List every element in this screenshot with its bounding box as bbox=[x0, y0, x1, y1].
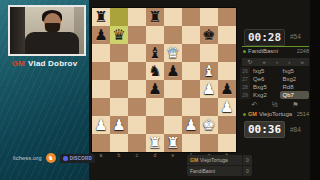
piece-white-pawn: ♟ bbox=[94, 116, 107, 134]
webcam-background-doorway bbox=[10, 7, 25, 54]
move-28-black[interactable]: Rd8 bbox=[280, 83, 309, 91]
branding-row: lichess.org ♞ DISCORD bbox=[13, 153, 95, 163]
file-label-d: d bbox=[146, 152, 164, 158]
square-e4[interactable] bbox=[164, 80, 182, 98]
resign-flag-icon[interactable]: ⚑ bbox=[292, 101, 298, 108]
square-c1[interactable] bbox=[128, 134, 146, 152]
square-g6[interactable] bbox=[200, 44, 218, 62]
square-a4[interactable] bbox=[92, 80, 110, 98]
versus-score-widget[interactable]: GMViejoTortuga0FandiBasni0 bbox=[187, 155, 252, 176]
square-e1[interactable]: ♜ bbox=[164, 134, 182, 152]
lichess-logo-icon: ♞ bbox=[46, 153, 56, 163]
square-f7[interactable] bbox=[182, 26, 200, 44]
versus-row[interactable]: GMViejoTortuga0 bbox=[187, 155, 252, 165]
square-b6[interactable] bbox=[110, 44, 128, 62]
square-e7[interactable] bbox=[164, 26, 182, 44]
move-row: 28Bxg5Rd8 bbox=[240, 83, 309, 91]
piece-black-pawn: ♟ bbox=[94, 26, 107, 44]
square-c4[interactable] bbox=[128, 80, 146, 98]
bottom-player-rating: 2514 bbox=[297, 111, 309, 117]
square-d3[interactable] bbox=[146, 98, 164, 116]
bottom-player-clock: 00:36 bbox=[244, 121, 285, 138]
square-a5[interactable] bbox=[92, 62, 110, 80]
square-f1[interactable] bbox=[182, 134, 200, 152]
square-a7[interactable]: ♟ bbox=[92, 26, 110, 44]
versus-row[interactable]: FandiBasni0 bbox=[187, 165, 252, 176]
square-c2[interactable] bbox=[128, 116, 146, 134]
move-29-black[interactable]: Qb7 bbox=[280, 91, 309, 99]
square-e6[interactable]: ♛ bbox=[164, 44, 182, 62]
player-separator-line bbox=[242, 46, 309, 47]
square-c3[interactable] bbox=[128, 98, 146, 116]
square-f6[interactable] bbox=[182, 44, 200, 62]
square-e8[interactable] bbox=[164, 8, 182, 26]
streamer-name: Vlad Dobrov bbox=[28, 59, 77, 68]
streamer-gm-title: GM bbox=[12, 59, 25, 68]
square-c5[interactable] bbox=[128, 62, 146, 80]
square-a1[interactable] bbox=[92, 134, 110, 152]
file-label-e: e bbox=[164, 152, 182, 158]
top-player-name[interactable]: FandiBasni bbox=[248, 48, 278, 54]
file-label-c: c bbox=[128, 152, 146, 158]
piece-black-pawn: ♟ bbox=[148, 80, 161, 98]
square-h8[interactable] bbox=[218, 8, 236, 26]
square-h4[interactable]: ♟ bbox=[218, 80, 236, 98]
move-27-white[interactable]: Qe6 bbox=[250, 75, 279, 83]
stream-screen: GMVlad Dobrov lichess.org ♞ DISCORD ♜♜♟♛… bbox=[0, 0, 320, 180]
move-row: 26fxg5fxg5 bbox=[240, 67, 309, 75]
lichess-org-link[interactable]: lichess.org bbox=[13, 155, 42, 161]
top-player-rank: #54 bbox=[290, 33, 301, 40]
square-b7[interactable]: ♛ bbox=[110, 26, 128, 44]
piece-black-queen: ♛ bbox=[112, 26, 125, 44]
discord-link[interactable]: DISCORD bbox=[60, 154, 95, 163]
move-26-white[interactable]: fxg5 bbox=[250, 67, 279, 75]
move-28-white[interactable]: Bxg5 bbox=[250, 83, 279, 91]
square-f8[interactable] bbox=[182, 8, 200, 26]
piece-white-pawn: ♟ bbox=[220, 98, 233, 116]
move-number: 29 bbox=[240, 91, 250, 99]
square-a8[interactable]: ♜ bbox=[92, 8, 110, 26]
square-g2[interactable]: ♚ bbox=[200, 116, 218, 134]
versus-player-name: FandiBasni bbox=[190, 168, 215, 174]
piece-black-rook: ♜ bbox=[148, 8, 161, 26]
piece-white-queen: ♛ bbox=[166, 44, 179, 62]
square-g1[interactable] bbox=[200, 134, 218, 152]
webcam-video bbox=[8, 5, 86, 56]
piece-black-pawn: ♟ bbox=[166, 62, 179, 80]
square-h6[interactable] bbox=[218, 44, 236, 62]
square-b2[interactable]: ♟ bbox=[110, 116, 128, 134]
square-d7[interactable] bbox=[146, 26, 164, 44]
bottom-player-rank: #84 bbox=[290, 126, 301, 133]
versus-player-score: 0 bbox=[242, 166, 252, 176]
piece-black-bishop: ♝ bbox=[148, 44, 161, 62]
square-c6[interactable] bbox=[128, 44, 146, 62]
first-icon[interactable]: « bbox=[262, 59, 265, 65]
square-d2[interactable] bbox=[146, 116, 164, 134]
piece-white-pawn: ♟ bbox=[184, 116, 197, 134]
move-27-black[interactable]: Bxg2 bbox=[280, 75, 309, 83]
square-g3[interactable] bbox=[200, 98, 218, 116]
square-b3[interactable] bbox=[110, 98, 128, 116]
top-player-rating: 2248 bbox=[297, 48, 309, 54]
move-number: 26 bbox=[240, 67, 250, 75]
square-d8[interactable]: ♜ bbox=[146, 8, 164, 26]
square-b8[interactable] bbox=[110, 8, 128, 26]
move-number: 27 bbox=[240, 75, 250, 83]
square-h3[interactable]: ♟ bbox=[218, 98, 236, 116]
square-g7[interactable]: ♚ bbox=[200, 26, 218, 44]
square-g4[interactable]: ♟ bbox=[200, 80, 218, 98]
game-action-buttons: ↶½⚑ bbox=[244, 99, 306, 109]
next-icon[interactable]: › bbox=[288, 59, 290, 65]
piece-white-pawn: ♟ bbox=[202, 80, 215, 98]
move-29-white[interactable]: Kxg2 bbox=[250, 91, 279, 99]
square-e5[interactable]: ♟ bbox=[164, 62, 182, 80]
square-e2[interactable] bbox=[164, 116, 182, 134]
square-b1[interactable] bbox=[110, 134, 128, 152]
top-player-clock: 00:28 bbox=[244, 29, 285, 46]
move-list: 26fxg5fxg527Qe6Bxg228Bxg5Rd829Kxg2Qb7 bbox=[240, 67, 309, 99]
takeback-icon[interactable]: ↶ bbox=[251, 101, 257, 108]
online-status-icon bbox=[243, 50, 246, 53]
piece-white-pawn: ♟ bbox=[112, 116, 125, 134]
versus-player-score: 0 bbox=[242, 155, 252, 165]
square-h7[interactable] bbox=[218, 26, 236, 44]
square-h5[interactable] bbox=[218, 62, 236, 80]
move-26-black[interactable]: fxg5 bbox=[280, 67, 309, 75]
square-f5[interactable] bbox=[182, 62, 200, 80]
top-player-row: FandiBasni 2248 bbox=[243, 48, 309, 54]
replay-controls: ↻«‹›» bbox=[242, 58, 309, 66]
piece-white-king: ♚ bbox=[202, 116, 215, 134]
square-h2[interactable] bbox=[218, 116, 236, 134]
square-b4[interactable] bbox=[110, 80, 128, 98]
versus-player-title: GM bbox=[190, 157, 198, 163]
streamer-torso bbox=[25, 32, 79, 56]
bottom-player-title: GM bbox=[248, 111, 257, 117]
square-g5[interactable]: ♝ bbox=[200, 62, 218, 80]
piece-white-rook: ♜ bbox=[166, 134, 179, 152]
square-a2[interactable]: ♟ bbox=[92, 116, 110, 134]
square-c7[interactable] bbox=[128, 26, 146, 44]
square-d6[interactable]: ♝ bbox=[146, 44, 164, 62]
piece-black-king: ♚ bbox=[202, 26, 215, 44]
cycle-icon[interactable]: ↻ bbox=[247, 59, 252, 65]
streamer-overlay-background: GMVlad Dobrov lichess.org ♞ DISCORD bbox=[0, 0, 89, 180]
move-row: 29Kxg2Qb7 bbox=[240, 91, 309, 99]
square-h1[interactable] bbox=[218, 134, 236, 152]
square-f3[interactable] bbox=[182, 98, 200, 116]
piece-white-bishop: ♝ bbox=[202, 62, 215, 80]
square-d4[interactable]: ♟ bbox=[146, 80, 164, 98]
square-f2[interactable]: ♟ bbox=[182, 116, 200, 134]
square-f4[interactable] bbox=[182, 80, 200, 98]
piece-black-knight: ♞ bbox=[148, 62, 161, 80]
move-row: 27Qe6Bxg2 bbox=[240, 75, 309, 83]
discord-icon bbox=[63, 156, 68, 161]
discord-label: DISCORD bbox=[70, 156, 92, 161]
draw-offer-icon[interactable]: ½ bbox=[272, 101, 278, 108]
previous-icon[interactable]: ‹ bbox=[276, 59, 278, 65]
page-right-margin bbox=[310, 0, 320, 180]
square-d1[interactable]: ♜ bbox=[146, 134, 164, 152]
online-status-icon bbox=[243, 113, 246, 116]
square-g8[interactable] bbox=[200, 8, 218, 26]
versus-player-name: ViejoTortuga bbox=[200, 157, 228, 163]
square-b5[interactable] bbox=[110, 62, 128, 80]
last-icon[interactable]: » bbox=[301, 59, 304, 65]
square-d5[interactable]: ♞ bbox=[146, 62, 164, 80]
piece-black-pawn: ♟ bbox=[220, 80, 233, 98]
square-e3[interactable] bbox=[164, 98, 182, 116]
bottom-player-name[interactable]: ViejoTortuga bbox=[259, 111, 292, 117]
move-number: 28 bbox=[240, 83, 250, 91]
chess-board: ♜♜♟♛♚♝♛♞♟♝♟♟♟♟♟♟♟♚♜♜ bbox=[92, 8, 236, 152]
square-a6[interactable] bbox=[92, 44, 110, 62]
square-c8[interactable] bbox=[128, 8, 146, 26]
bottom-player-row: GM ViejoTortuga 2514 bbox=[243, 111, 309, 117]
streamer-name-caption: GMVlad Dobrov bbox=[0, 59, 89, 68]
piece-white-rook: ♜ bbox=[148, 134, 161, 152]
square-a3[interactable] bbox=[92, 98, 110, 116]
file-label-b: b bbox=[110, 152, 128, 158]
piece-black-rook: ♜ bbox=[94, 8, 107, 26]
